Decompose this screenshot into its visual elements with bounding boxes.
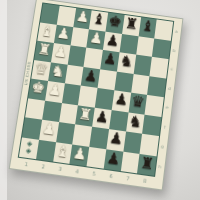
white-queen[interactable]: ♛ — [33, 61, 49, 78]
photo-background: US CHESS ♟♝♚♜♝♝♟♟♟♜♟♟♞♛♞♟♚♟♟♛♜♟♞♟♟◈◈♝♟♟♜… — [0, 0, 200, 200]
black-pawn[interactable]: ♟ — [94, 109, 109, 126]
file-label-b: b — [173, 48, 176, 53]
black-knight[interactable]: ♞ — [119, 54, 134, 70]
black-pawn[interactable]: ♟ — [83, 68, 98, 85]
black-queen[interactable]: ♛ — [130, 94, 145, 111]
white-pawn[interactable]: ♟ — [47, 82, 63, 99]
file-label-g: g — [161, 144, 164, 149]
rank-label-3: 3 — [58, 166, 62, 173]
white-pawn[interactable]: ♟ — [56, 26, 71, 42]
rank-label-1: 1 — [24, 161, 28, 168]
black-pawn[interactable]: ♟ — [108, 131, 124, 148]
black-pawn[interactable]: ♟ — [114, 92, 129, 109]
rank-label-8: 8 — [143, 177, 147, 184]
white-pawn[interactable]: ♟ — [53, 44, 68, 60]
white-pawn[interactable]: ♟ — [72, 146, 88, 163]
rank-label-4: 4 — [75, 168, 79, 175]
black-bishop[interactable]: ♝ — [140, 19, 155, 35]
white-bishop[interactable]: ♝ — [55, 143, 71, 160]
rank-label-6: 6 — [109, 173, 113, 180]
file-label-d: d — [168, 86, 171, 91]
white-knight[interactable]: ♞ — [50, 63, 65, 80]
white-rook[interactable]: ♜ — [77, 106, 93, 123]
black-knight[interactable]: ♞ — [128, 113, 143, 130]
black-rook[interactable]: ♜ — [139, 155, 154, 172]
file-label-f: f — [164, 124, 166, 129]
board-grid: ♟♝♚♜♝♝♟♟♟♜♟♟♞♛♞♟♚♟♟♛♜♟♞♟♟◈◈♝♟♟♜ — [19, 4, 173, 176]
file-label-c: c — [170, 67, 173, 72]
table-edge — [0, 0, 7, 200]
rank-label-2: 2 — [41, 163, 45, 170]
black-bishop[interactable]: ♝ — [91, 12, 106, 28]
rank-label-5: 5 — [92, 170, 96, 177]
rank-label-7: 7 — [126, 175, 130, 182]
chess-board: US CHESS ♟♝♚♜♝♝♟♟♟♜♟♟♞♛♞♟♚♟♟♛♜♟♞♟♟◈◈♝♟♟♜… — [9, 0, 184, 191]
black-pawn[interactable]: ♟ — [102, 51, 117, 67]
white-bishop[interactable]: ♝ — [39, 23, 54, 39]
file-label-e: e — [166, 105, 169, 110]
white-pawn[interactable]: ♟ — [41, 121, 57, 138]
file-label-a: a — [175, 29, 178, 34]
black-rook[interactable]: ♜ — [124, 16, 139, 32]
black-pawn[interactable]: ♟ — [106, 150, 122, 167]
white-rook[interactable]: ♜ — [36, 42, 51, 58]
file-label-h: h — [158, 164, 161, 169]
black-king[interactable]: ♚ — [108, 14, 123, 30]
black-pawn[interactable]: ♟ — [105, 33, 120, 49]
white-pawn[interactable]: ♟ — [75, 9, 90, 25]
white-king[interactable]: ♚ — [30, 80, 46, 97]
white-pawn[interactable]: ♟ — [89, 30, 104, 46]
